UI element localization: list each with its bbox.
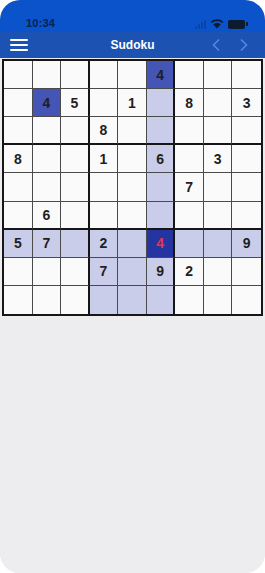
cell-r5c6[interactable]: [147, 173, 176, 201]
cell-r1c8[interactable]: [204, 61, 233, 89]
cell-r3c9[interactable]: [232, 117, 261, 145]
cell-r6c2[interactable]: 6: [33, 202, 62, 230]
cell-r5c2[interactable]: [33, 173, 62, 201]
cell-r8c1[interactable]: [4, 258, 33, 286]
cell-r1c9[interactable]: [232, 61, 261, 89]
cell-r4c4[interactable]: 1: [90, 145, 119, 173]
status-bar: 10:34: [0, 0, 265, 32]
cell-r3c3[interactable]: [61, 117, 90, 145]
cell-r6c1[interactable]: [4, 202, 33, 230]
cell-r6c5[interactable]: [118, 202, 147, 230]
chevron-right-icon[interactable]: [239, 38, 249, 52]
cell-r7c4[interactable]: 2: [90, 230, 119, 258]
cell-r8c9[interactable]: [232, 258, 261, 286]
cell-r8c5[interactable]: [118, 258, 147, 286]
cell-r3c1[interactable]: [4, 117, 33, 145]
cell-r2c9[interactable]: 3: [232, 89, 261, 117]
cell-r4c9[interactable]: [232, 145, 261, 173]
cell-r6c6[interactable]: [147, 202, 176, 230]
cell-r1c1[interactable]: [4, 61, 33, 89]
cell-r9c4[interactable]: [90, 286, 119, 314]
cell-r7c9[interactable]: 9: [232, 230, 261, 258]
cell-r2c1[interactable]: [4, 89, 33, 117]
cell-r6c4[interactable]: [90, 202, 119, 230]
cell-r9c8[interactable]: [204, 286, 233, 314]
cell-r3c4[interactable]: 8: [90, 117, 119, 145]
cell-r1c5[interactable]: [118, 61, 147, 89]
cell-r8c2[interactable]: [33, 258, 62, 286]
cell-r1c3[interactable]: [61, 61, 90, 89]
cell-r8c7[interactable]: 2: [175, 258, 204, 286]
cell-r5c4[interactable]: [90, 173, 119, 201]
cell-r4c6[interactable]: 6: [147, 145, 176, 173]
cell-r7c8[interactable]: [204, 230, 233, 258]
cell-r1c6[interactable]: 4: [147, 61, 176, 89]
cell-r4c7[interactable]: [175, 145, 204, 173]
cell-r7c3[interactable]: [61, 230, 90, 258]
cell-r8c8[interactable]: [204, 258, 233, 286]
cell-r5c8[interactable]: [204, 173, 233, 201]
cell-r1c7[interactable]: [175, 61, 204, 89]
cell-r2c2[interactable]: 4: [33, 89, 62, 117]
cell-r4c1[interactable]: 8: [4, 145, 33, 173]
sudoku-board: 445183881637657249792: [2, 59, 263, 316]
cell-r2c4[interactable]: [90, 89, 119, 117]
cell-r5c1[interactable]: [4, 173, 33, 201]
cell-r9c2[interactable]: [33, 286, 62, 314]
cell-r4c3[interactable]: [61, 145, 90, 173]
cell-r2c7[interactable]: 8: [175, 89, 204, 117]
cell-r6c8[interactable]: [204, 202, 233, 230]
cell-r2c5[interactable]: 1: [118, 89, 147, 117]
wifi-icon: [210, 19, 224, 29]
cell-r3c2[interactable]: [33, 117, 62, 145]
hamburger-menu-icon[interactable]: [10, 39, 28, 51]
cell-r2c6[interactable]: [147, 89, 176, 117]
clock: 10:34: [26, 17, 55, 29]
cell-r8c6[interactable]: 9: [147, 258, 176, 286]
cell-r3c5[interactable]: [118, 117, 147, 145]
control-panel: 122232435262738392: [0, 316, 265, 573]
cell-r4c2[interactable]: [33, 145, 62, 173]
cell-r9c6[interactable]: [147, 286, 176, 314]
cell-r5c7[interactable]: 7: [175, 173, 204, 201]
cell-r6c9[interactable]: [232, 202, 261, 230]
cell-r4c8[interactable]: 3: [204, 145, 233, 173]
cell-r1c2[interactable]: [33, 61, 62, 89]
cell-r7c1[interactable]: 5: [4, 230, 33, 258]
battery-icon: [228, 20, 245, 29]
cell-r6c3[interactable]: [61, 202, 90, 230]
cell-r9c1[interactable]: [4, 286, 33, 314]
phone-screen: 10:34 Sudoku 445183881637657249792: [0, 0, 265, 573]
cell-r9c7[interactable]: [175, 286, 204, 314]
cell-r7c2[interactable]: 7: [33, 230, 62, 258]
cell-r9c9[interactable]: [232, 286, 261, 314]
cell-r7c6[interactable]: 4: [147, 230, 176, 258]
cell-r7c5[interactable]: [118, 230, 147, 258]
cell-r3c7[interactable]: [175, 117, 204, 145]
cell-r6c7[interactable]: [175, 202, 204, 230]
cell-r5c5[interactable]: [118, 173, 147, 201]
signal-icon: [195, 20, 206, 29]
cell-r9c3[interactable]: [61, 286, 90, 314]
cell-r7c7[interactable]: [175, 230, 204, 258]
cell-r2c3[interactable]: 5: [61, 89, 90, 117]
cell-r3c6[interactable]: [147, 117, 176, 145]
cell-r8c3[interactable]: [61, 258, 90, 286]
chevron-left-icon[interactable]: [211, 38, 221, 52]
cell-r5c3[interactable]: [61, 173, 90, 201]
cell-r1c4[interactable]: [90, 61, 119, 89]
cell-r8c4[interactable]: 7: [90, 258, 119, 286]
cell-r3c8[interactable]: [204, 117, 233, 145]
cell-r2c8[interactable]: [204, 89, 233, 117]
app-bar: Sudoku: [0, 32, 265, 58]
cell-r5c9[interactable]: [232, 173, 261, 201]
cell-r9c5[interactable]: [118, 286, 147, 314]
cell-r4c5[interactable]: [118, 145, 147, 173]
